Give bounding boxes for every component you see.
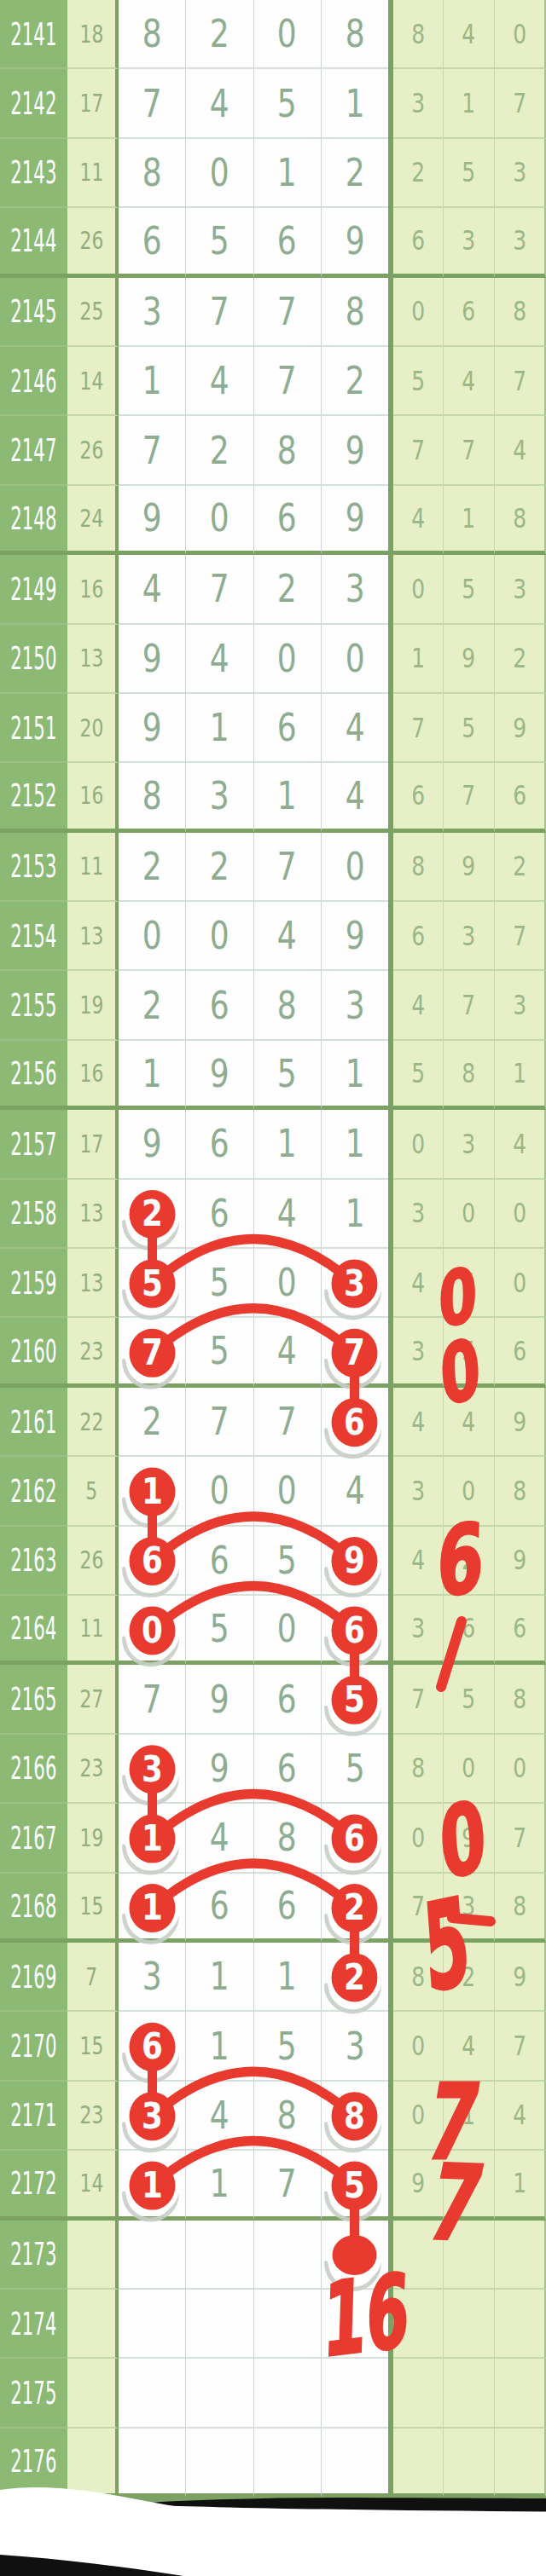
sum-cell: 20 bbox=[67, 694, 119, 763]
digit-cell: 1 bbox=[185, 1943, 253, 2012]
digit-cell: 3 bbox=[321, 555, 388, 624]
digit-cell: 7 bbox=[185, 278, 253, 347]
sum-cell: 13 bbox=[67, 1249, 119, 1318]
digit-cell: 6 bbox=[185, 971, 253, 1040]
row-2173: 2173 bbox=[0, 2221, 546, 2290]
tail-digits-group: 774 bbox=[393, 416, 546, 485]
sum-cell: 5 bbox=[67, 1457, 119, 1526]
tail-digit-cell: 3 bbox=[494, 139, 546, 208]
tail-digit-cell: 7 bbox=[393, 694, 443, 763]
digit-cell bbox=[253, 2429, 321, 2498]
draw-number-cell: 2142 bbox=[0, 69, 67, 138]
tail-digit-cell: 3 bbox=[494, 555, 546, 624]
tail-digit-cell: 5 bbox=[443, 1665, 493, 1734]
main-digits-group bbox=[119, 2221, 393, 2290]
sum-cell bbox=[67, 2429, 119, 2498]
tail-digit-cell: 0 bbox=[494, 1249, 546, 1318]
digit-cell: 9 bbox=[119, 625, 185, 694]
main-digits-group: 2776 bbox=[119, 1388, 393, 1457]
tail-digit-cell: 7 bbox=[393, 1874, 443, 1943]
draw-number-cell: 2145 bbox=[0, 278, 67, 347]
tail-digit-cell: 8 bbox=[494, 486, 546, 555]
digit-cell bbox=[321, 2429, 388, 2498]
tail-digit-cell bbox=[393, 2359, 443, 2428]
digit-cell: 4 bbox=[185, 69, 253, 138]
digit-cell: 9 bbox=[321, 416, 388, 485]
draw-number-cell: 2146 bbox=[0, 347, 67, 416]
sum-cell: 17 bbox=[67, 1110, 119, 1179]
tail-digit-cell bbox=[393, 2221, 443, 2290]
row-2145: 2145253778068 bbox=[0, 278, 546, 347]
row-2144: 2144266569633 bbox=[0, 208, 546, 277]
digit-cell: 6 bbox=[119, 2012, 185, 2081]
digit-cell bbox=[185, 2429, 253, 2498]
tail-digit-cell: 7 bbox=[443, 416, 493, 485]
digit-cell: 7 bbox=[321, 1318, 388, 1387]
tail-digits-group: 759 bbox=[393, 694, 546, 763]
row-2156: 2156161951581 bbox=[0, 1041, 546, 1110]
digit-cell: 7 bbox=[253, 833, 321, 902]
row-2146: 2146141472547 bbox=[0, 347, 546, 416]
draw-number-cell: 2151 bbox=[0, 694, 67, 763]
tail-digits-group: 676 bbox=[393, 763, 546, 832]
digit-cell: 6 bbox=[253, 1665, 321, 1734]
digit-cell: 2 bbox=[185, 416, 253, 485]
row-2171: 2171233488014 bbox=[0, 2082, 546, 2151]
tail-digit-cell: 6 bbox=[494, 1318, 546, 1387]
main-digits-group: 8208 bbox=[119, 0, 393, 69]
main-digits-group: 2270 bbox=[119, 833, 393, 902]
tail-digit-cell: 6 bbox=[494, 1596, 546, 1665]
digit-cell: 9 bbox=[321, 486, 388, 555]
digit-cell: 0 bbox=[185, 902, 253, 971]
sum-cell: 13 bbox=[67, 1180, 119, 1249]
draw-number-cell: 2172 bbox=[0, 2151, 67, 2220]
main-digits-group: 4723 bbox=[119, 555, 393, 624]
row-2172: 2172141175951 bbox=[0, 2151, 546, 2220]
torn-edge-band bbox=[128, 2498, 546, 2512]
main-digits-group: 5503 bbox=[119, 1249, 393, 1318]
tail-digit-cell: 1 bbox=[443, 69, 493, 138]
main-digits-group: 0506 bbox=[119, 1596, 393, 1665]
digit-cell: 5 bbox=[185, 208, 253, 277]
row-2147: 2147267289774 bbox=[0, 416, 546, 485]
digit-cell: 9 bbox=[119, 694, 185, 763]
tail-digit-cell: 3 bbox=[393, 1457, 443, 1526]
sum-cell: 14 bbox=[67, 2151, 119, 2220]
row-2150: 2150139400192 bbox=[0, 625, 546, 694]
digit-cell: 2 bbox=[119, 1180, 185, 1249]
tail-digits-group: 047 bbox=[393, 2012, 546, 2081]
row-2166: 2166233965800 bbox=[0, 1735, 546, 1804]
tail-digit-cell: 3 bbox=[393, 1318, 443, 1387]
tail-digits-group: 014 bbox=[393, 2082, 546, 2151]
tail-digit-cell: 1 bbox=[494, 2151, 546, 2220]
tail-digit-cell bbox=[443, 2429, 493, 2498]
sum-cell: 16 bbox=[67, 1041, 119, 1110]
torn-edge-corner bbox=[0, 2555, 183, 2576]
row-2142: 2142177451317 bbox=[0, 69, 546, 138]
digit-cell: 4 bbox=[321, 1457, 388, 1526]
digit-cell: 1 bbox=[253, 1943, 321, 2012]
digit-cell: 3 bbox=[321, 971, 388, 1040]
row-2162: 216251004308 bbox=[0, 1457, 546, 1526]
row-2148: 2148249069418 bbox=[0, 486, 546, 555]
tail-digit-cell: 8 bbox=[494, 1457, 546, 1526]
tail-digit-cell: 3 bbox=[393, 69, 443, 138]
tail-digit-cell: 6 bbox=[443, 1596, 493, 1665]
draw-number-cell: 2165 bbox=[0, 1665, 67, 1734]
tail-digit-cell: 3 bbox=[393, 1596, 443, 1665]
tail-digit-cell: 3 bbox=[443, 902, 493, 971]
sum-cell: 13 bbox=[67, 625, 119, 694]
tail-digit-cell: 0 bbox=[494, 1735, 546, 1804]
tail-digit-cell: 2 bbox=[393, 139, 443, 208]
row-2168: 2168151662738 bbox=[0, 1874, 546, 1943]
digit-cell: 8 bbox=[253, 2082, 321, 2151]
draw-number-cell: 2157 bbox=[0, 1110, 67, 1179]
digit-cell: 6 bbox=[321, 1804, 388, 1873]
main-digits-group: 1951 bbox=[119, 1041, 393, 1110]
tail-digits-group: 473 bbox=[393, 971, 546, 1040]
digit-cell: 6 bbox=[119, 208, 185, 277]
draw-number-cell: 2148 bbox=[0, 486, 67, 555]
tail-digits-group: 192 bbox=[393, 625, 546, 694]
digit-cell: 1 bbox=[321, 1180, 388, 1249]
sum-cell: 19 bbox=[67, 971, 119, 1040]
sum-cell: 16 bbox=[67, 555, 119, 624]
draw-number-cell: 2156 bbox=[0, 1041, 67, 1110]
tail-digit-cell: 4 bbox=[443, 0, 493, 69]
main-digits-group: 9069 bbox=[119, 486, 393, 555]
tail-digit-cell: 7 bbox=[393, 416, 443, 485]
digit-cell: 4 bbox=[321, 694, 388, 763]
digit-cell bbox=[253, 2359, 321, 2428]
digit-cell: 9 bbox=[185, 1665, 253, 1734]
tail-digit-cell: 4 bbox=[443, 2012, 493, 2081]
main-digits-group: 2683 bbox=[119, 971, 393, 1040]
digit-cell: 0 bbox=[253, 625, 321, 694]
sum-cell: 22 bbox=[67, 1388, 119, 1457]
tail-digit-cell: 0 bbox=[494, 0, 546, 69]
digit-cell: 1 bbox=[321, 1041, 388, 1110]
row-2164: 2164110506366 bbox=[0, 1596, 546, 1665]
digit-cell: 5 bbox=[321, 2151, 388, 2220]
row-2175: 2175 bbox=[0, 2359, 546, 2428]
digit-cell: 8 bbox=[321, 2082, 388, 2151]
digit-cell: 6 bbox=[253, 1735, 321, 1804]
draw-number-cell: 2160 bbox=[0, 1318, 67, 1387]
digit-cell bbox=[321, 2221, 388, 2290]
sum-cell: 25 bbox=[67, 278, 119, 347]
tail-digits-group: 034 bbox=[393, 1110, 546, 1179]
digit-cell: 0 bbox=[185, 1457, 253, 1526]
row-2151: 2151209164759 bbox=[0, 694, 546, 763]
tail-digit-cell: 4 bbox=[393, 486, 443, 555]
tail-digits-group: 633 bbox=[393, 208, 546, 277]
tail-digit-cell: 3 bbox=[443, 208, 493, 277]
digit-cell bbox=[185, 2290, 253, 2359]
tail-digit-cell bbox=[494, 2429, 546, 2498]
digit-cell: 3 bbox=[321, 2012, 388, 2081]
tail-digits-group: 581 bbox=[393, 1041, 546, 1110]
tail-digit-cell: 8 bbox=[393, 833, 443, 902]
tail-digit-cell bbox=[393, 2429, 443, 2498]
digit-cell: 5 bbox=[253, 69, 321, 138]
digit-cell: 1 bbox=[119, 1804, 185, 1873]
tail-digit-cell: 0 bbox=[393, 2082, 443, 2151]
tail-digit-cell: 2 bbox=[494, 625, 546, 694]
digit-cell: 5 bbox=[185, 1249, 253, 1318]
main-digits-group: 6153 bbox=[119, 2012, 393, 2081]
main-digits-group bbox=[119, 2290, 393, 2359]
tail-digit-cell: 4 bbox=[494, 416, 546, 485]
main-digits-group: 3965 bbox=[119, 1735, 393, 1804]
tail-digit-cell: 3 bbox=[443, 1110, 493, 1179]
digit-cell: 6 bbox=[185, 1874, 253, 1943]
digit-cell: 4 bbox=[253, 902, 321, 971]
tail-digit-cell: 7 bbox=[494, 69, 546, 138]
tail-digits-group: 429 bbox=[393, 1527, 546, 1596]
draw-number-cell: 2152 bbox=[0, 763, 67, 832]
tail-digit-cell: 0 bbox=[393, 1110, 443, 1179]
tail-digit-cell bbox=[443, 2359, 493, 2428]
main-digits-group: 8012 bbox=[119, 139, 393, 208]
tail-digit-cell: 7 bbox=[443, 763, 493, 832]
tail-digit-cell: 1 bbox=[494, 1041, 546, 1110]
tail-digits-group: 449 bbox=[393, 1388, 546, 1457]
digit-cell: 2 bbox=[321, 1943, 388, 2012]
main-digits-group: 7547 bbox=[119, 1318, 393, 1387]
tail-digit-cell: 9 bbox=[494, 694, 546, 763]
digit-cell: 6 bbox=[185, 1180, 253, 1249]
tail-digit-cell: 0 bbox=[443, 1180, 493, 1249]
tail-digit-cell bbox=[443, 2221, 493, 2290]
tail-digit-cell: 1 bbox=[443, 2082, 493, 2151]
tail-digit-cell: 6 bbox=[393, 763, 443, 832]
row-2174: 2174 bbox=[0, 2290, 546, 2359]
tail-digit-cell: 7 bbox=[494, 1804, 546, 1873]
tail-digits-group: 800 bbox=[393, 1735, 546, 1804]
tail-digits-group bbox=[393, 2429, 546, 2498]
tail-digits-group bbox=[393, 2359, 546, 2428]
digit-cell: 7 bbox=[119, 1665, 185, 1734]
draw-number-cell: 2141 bbox=[0, 0, 67, 69]
tail-digit-cell: 8 bbox=[494, 1874, 546, 1943]
draw-number-cell: 2170 bbox=[0, 2012, 67, 2081]
tail-digit-cell: 9 bbox=[494, 1527, 546, 1596]
digit-cell: 6 bbox=[185, 1110, 253, 1179]
tail-digit-cell bbox=[494, 2359, 546, 2428]
tail-digit-cell: 3 bbox=[393, 1180, 443, 1249]
tail-digit-cell: 1 bbox=[393, 625, 443, 694]
main-digits-group: 6659 bbox=[119, 1527, 393, 1596]
sum-cell: 15 bbox=[67, 1874, 119, 1943]
tail-digit-cell: 2 bbox=[494, 833, 546, 902]
sum-cell: 24 bbox=[67, 486, 119, 555]
tail-digit-cell: 0 bbox=[393, 555, 443, 624]
row-2155: 2155192683473 bbox=[0, 971, 546, 1040]
row-2154: 2154130049637 bbox=[0, 902, 546, 971]
draw-number-cell: 2175 bbox=[0, 2359, 67, 2428]
digit-cell: 3 bbox=[119, 2082, 185, 2151]
main-digits-group: 7289 bbox=[119, 416, 393, 485]
digit-cell bbox=[321, 2290, 388, 2359]
main-digits-group: 1004 bbox=[119, 1457, 393, 1526]
tail-digit-cell: 2 bbox=[443, 1527, 493, 1596]
draw-number-cell: 2154 bbox=[0, 902, 67, 971]
sum-cell: 26 bbox=[67, 208, 119, 277]
digit-cell: 1 bbox=[119, 347, 185, 416]
digit-cell: 7 bbox=[253, 2151, 321, 2220]
draw-number-cell: 2155 bbox=[0, 971, 67, 1040]
digit-cell: 7 bbox=[253, 347, 321, 416]
main-digits-group: 9400 bbox=[119, 625, 393, 694]
digit-cell: 4 bbox=[185, 625, 253, 694]
digit-cell: 0 bbox=[321, 833, 388, 902]
tail-digit-cell: 2 bbox=[443, 1943, 493, 2012]
digit-cell bbox=[119, 2359, 185, 2428]
main-digits-group: 9611 bbox=[119, 1110, 393, 1179]
digit-cell: 6 bbox=[253, 694, 321, 763]
sum-cell: 17 bbox=[67, 69, 119, 138]
tail-digits-group bbox=[393, 2290, 546, 2359]
main-digits-group: 1175 bbox=[119, 2151, 393, 2220]
digit-cell: 1 bbox=[253, 763, 321, 832]
tail-digit-cell: 0 bbox=[393, 278, 443, 347]
lottery-trend-screenshot: 2141188208840214217745131721431180122532… bbox=[0, 0, 546, 2576]
digit-cell: 6 bbox=[321, 1388, 388, 1457]
tail-digit-cell: 7 bbox=[443, 971, 493, 1040]
tail-digits-group: 450 bbox=[393, 1249, 546, 1318]
digit-cell: 8 bbox=[253, 1804, 321, 1873]
sum-cell: 26 bbox=[67, 416, 119, 485]
tail-digit-cell: 6 bbox=[393, 208, 443, 277]
draw-number-cell: 2161 bbox=[0, 1388, 67, 1457]
tail-digit-cell: 6 bbox=[393, 902, 443, 971]
draw-number-cell: 2163 bbox=[0, 1527, 67, 1596]
tail-digit-cell bbox=[393, 2290, 443, 2359]
main-digits-group: 7965 bbox=[119, 1665, 393, 1734]
tail-digits-group: 547 bbox=[393, 347, 546, 416]
draw-number-cell: 2174 bbox=[0, 2290, 67, 2359]
digit-cell: 1 bbox=[119, 1874, 185, 1943]
draw-number-cell: 2158 bbox=[0, 1180, 67, 1249]
digit-cell: 1 bbox=[119, 1457, 185, 1526]
sum-cell: 19 bbox=[67, 1804, 119, 1873]
tail-digit-cell: 9 bbox=[494, 1388, 546, 1457]
row-2153: 2153112270892 bbox=[0, 833, 546, 902]
row-2167: 2167191486097 bbox=[0, 1804, 546, 1873]
tail-digits-group: 053 bbox=[393, 555, 546, 624]
digit-cell: 1 bbox=[185, 2012, 253, 2081]
digit-cell: 9 bbox=[185, 1041, 253, 1110]
main-digits-group: 3112 bbox=[119, 1943, 393, 2012]
tail-digit-cell: 7 bbox=[494, 2012, 546, 2081]
main-digits-group bbox=[119, 2429, 393, 2498]
draw-number-cell: 2168 bbox=[0, 1874, 67, 1943]
digit-cell: 6 bbox=[321, 1596, 388, 1665]
main-digits-group: 2641 bbox=[119, 1180, 393, 1249]
digit-cell: 4 bbox=[185, 1804, 253, 1873]
digit-cell: 7 bbox=[119, 69, 185, 138]
digit-cell: 5 bbox=[321, 1665, 388, 1734]
tail-digit-cell: 4 bbox=[393, 1249, 443, 1318]
digit-cell: 4 bbox=[185, 2082, 253, 2151]
row-2163: 2163266659429 bbox=[0, 1527, 546, 1596]
digit-cell: 1 bbox=[321, 1110, 388, 1179]
sum-cell: 13 bbox=[67, 902, 119, 971]
digit-cell: 0 bbox=[119, 902, 185, 971]
sum-cell: 16 bbox=[67, 763, 119, 832]
row-2152: 2152168314676 bbox=[0, 763, 546, 832]
tail-digits-group: 418 bbox=[393, 486, 546, 555]
digit-cell: 2 bbox=[321, 1874, 388, 1943]
tail-digit-cell: 8 bbox=[393, 1943, 443, 2012]
digit-cell: 5 bbox=[185, 1318, 253, 1387]
tail-digit-cell: 0 bbox=[494, 1180, 546, 1249]
row-2161: 2161222776449 bbox=[0, 1388, 546, 1457]
digit-cell bbox=[119, 2290, 185, 2359]
digit-cell: 7 bbox=[253, 278, 321, 347]
tail-digits-group: 097 bbox=[393, 1804, 546, 1873]
row-2170: 2170156153047 bbox=[0, 2012, 546, 2081]
tail-digit-cell: 6 bbox=[443, 278, 493, 347]
tail-digits-group: 317 bbox=[393, 69, 546, 138]
draw-number-cell: 2159 bbox=[0, 1249, 67, 1318]
tail-digit-cell: 4 bbox=[443, 1388, 493, 1457]
digit-cell: 4 bbox=[185, 347, 253, 416]
digit-cell: 2 bbox=[185, 833, 253, 902]
digit-cell: 5 bbox=[119, 1249, 185, 1318]
row-2169: 216973112829 bbox=[0, 1943, 546, 2012]
digit-cell: 0 bbox=[185, 486, 253, 555]
digit-cell: 0 bbox=[185, 139, 253, 208]
digit-cell: 6 bbox=[253, 486, 321, 555]
tail-digits-group bbox=[393, 2221, 546, 2290]
digit-cell: 1 bbox=[185, 694, 253, 763]
row-2159: 2159135503450 bbox=[0, 1249, 546, 1318]
tail-digit-cell: 8 bbox=[494, 1665, 546, 1734]
tail-digit-cell: 9 bbox=[443, 1804, 493, 1873]
digit-cell bbox=[253, 2290, 321, 2359]
digit-cell: 2 bbox=[321, 139, 388, 208]
digit-cell: 9 bbox=[321, 208, 388, 277]
digit-cell bbox=[185, 2221, 253, 2290]
digit-cell: 2 bbox=[253, 555, 321, 624]
tail-digit-cell: 5 bbox=[443, 555, 493, 624]
tail-digit-cell: 0 bbox=[443, 1735, 493, 1804]
digit-cell: 5 bbox=[321, 1735, 388, 1804]
sum-cell: 23 bbox=[67, 1318, 119, 1387]
row-2157: 2157179611034 bbox=[0, 1110, 546, 1179]
row-2149: 2149164723053 bbox=[0, 555, 546, 624]
sum-cell: 23 bbox=[67, 2082, 119, 2151]
tail-digits-group: 356 bbox=[393, 1318, 546, 1387]
main-digits-group: 1662 bbox=[119, 1874, 393, 1943]
sum-cell: 15 bbox=[67, 2012, 119, 2081]
digit-cell: 7 bbox=[119, 1318, 185, 1387]
sum-cell: 11 bbox=[67, 1596, 119, 1665]
tail-digit-cell: 9 bbox=[443, 833, 493, 902]
digit-cell: 3 bbox=[185, 763, 253, 832]
tail-digit-cell: 8 bbox=[494, 278, 546, 347]
digit-cell: 2 bbox=[321, 347, 388, 416]
digit-cell: 6 bbox=[253, 208, 321, 277]
digit-cell: 1 bbox=[119, 2151, 185, 2220]
draw-number-cell: 2150 bbox=[0, 625, 67, 694]
digit-cell: 4 bbox=[253, 1318, 321, 1387]
